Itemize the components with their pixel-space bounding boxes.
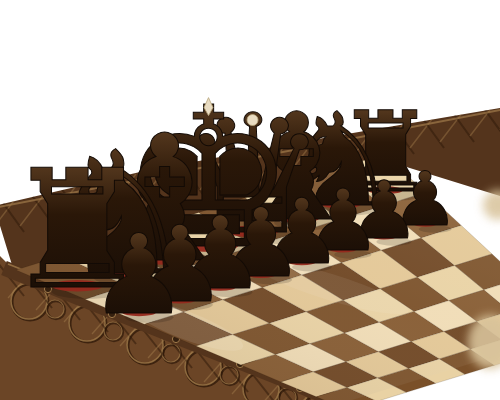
pawn-glyph: ♟	[90, 211, 189, 339]
piece-pawn-h7[interactable]: ♟	[90, 211, 189, 339]
chessboard-product-photo: ♜♟♞♟♝♟♛♟♚♟♝♟♞♟♜♟	[0, 0, 500, 400]
chess-scene: ♜♟♞♟♝♟♛♟♚♟♝♟♞♟♜♟	[0, 0, 500, 400]
